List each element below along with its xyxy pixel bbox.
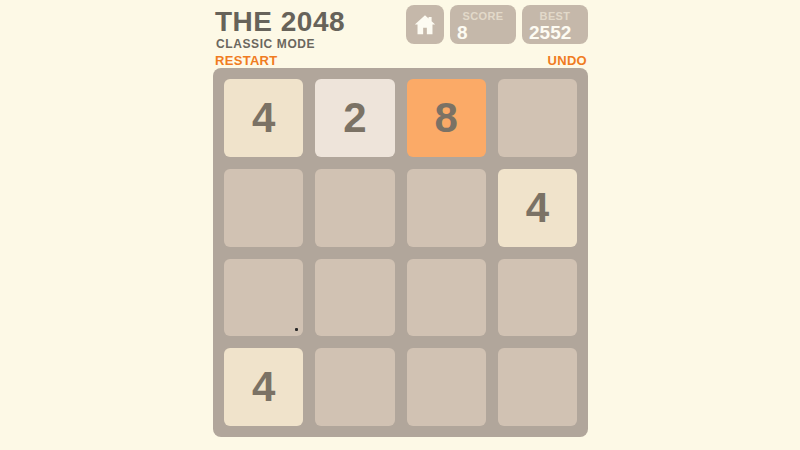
best-box: BEST 2552 bbox=[522, 5, 588, 44]
board[interactable]: 42844 bbox=[213, 68, 588, 437]
empty-cell bbox=[315, 348, 394, 426]
home-button[interactable] bbox=[406, 5, 444, 44]
scoreboard: SCORE 8 BEST 2552 bbox=[406, 5, 588, 44]
score-box: SCORE 8 bbox=[450, 5, 516, 44]
empty-cell bbox=[407, 169, 486, 247]
tile-4: 4 bbox=[224, 79, 303, 157]
empty-cell bbox=[498, 79, 577, 157]
best-label: BEST bbox=[522, 5, 588, 22]
empty-cell bbox=[315, 259, 394, 337]
empty-cell bbox=[315, 169, 394, 247]
empty-cell bbox=[407, 348, 486, 426]
game-mode-label: CLASSIC MODE bbox=[216, 37, 315, 51]
empty-cell bbox=[498, 348, 577, 426]
tile-4: 4 bbox=[498, 169, 577, 247]
empty-cell bbox=[407, 259, 486, 337]
empty-cell bbox=[224, 259, 303, 337]
undo-button[interactable]: UNDO bbox=[548, 53, 587, 68]
score-label: SCORE bbox=[450, 5, 516, 22]
page-title: THE 2048 bbox=[215, 6, 345, 38]
home-icon bbox=[412, 12, 438, 38]
best-value: 2552 bbox=[522, 23, 588, 43]
cursor-dot bbox=[295, 328, 298, 331]
restart-button[interactable]: RESTART bbox=[215, 53, 278, 68]
empty-cell bbox=[498, 259, 577, 337]
score-value: 8 bbox=[450, 23, 516, 43]
game-screen: THE 2048 CLASSIC MODE SCORE 8 BEST 2552 … bbox=[0, 0, 800, 450]
empty-cell bbox=[224, 169, 303, 247]
tile-4: 4 bbox=[224, 348, 303, 426]
tile-2: 2 bbox=[315, 79, 394, 157]
tile-8: 8 bbox=[407, 79, 486, 157]
